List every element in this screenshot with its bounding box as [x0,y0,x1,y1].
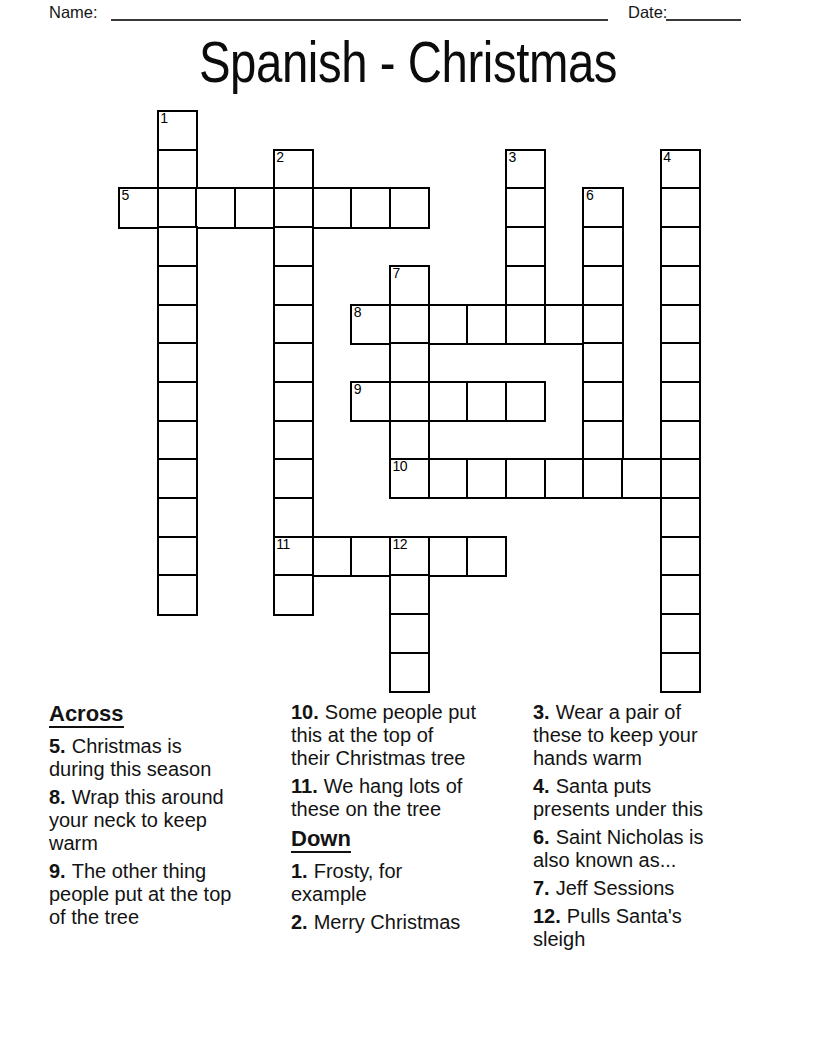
grid-cell-r3c1[interactable] [157,226,198,267]
grid-cell-r11c8[interactable] [428,536,469,577]
grid-cell-r13c14[interactable] [660,613,701,654]
grid-cell-r9c4[interactable] [273,458,314,499]
grid-cell-r2c12[interactable]: 6 [582,187,623,228]
grid-cell-r4c10[interactable] [505,265,546,306]
grid-cell-r3c14[interactable] [660,226,701,267]
grid-cell-r9c10[interactable] [505,458,546,499]
grid-cell-r1c10[interactable]: 3 [505,149,546,190]
grid-cell-r14c14[interactable] [660,652,701,693]
grid-cell-r13c7[interactable] [389,613,430,654]
clue-3: 3.Wear a pair of these to keep your hand… [533,701,785,770]
grid-cell-r6c1[interactable] [157,342,198,383]
grid-cell-r11c4[interactable]: 11 [273,536,314,577]
grid-cell-r5c10[interactable] [505,304,546,345]
grid-cell-r11c7[interactable]: 12 [389,536,430,577]
clue-text: Pulls Santa's sleigh [533,905,682,950]
grid-cell-r8c7[interactable] [389,420,430,461]
clue-2: 2.Merry Christmas [291,911,527,934]
clue-12: 12.Pulls Santa's sleigh [533,905,785,951]
clue-number-1: 1 [160,111,167,126]
clue-text: Jeff Sessions [556,877,675,899]
clue-8: 8.Wrap this around your neck to keep war… [49,786,289,855]
grid-cell-r4c12[interactable] [582,265,623,306]
grid-cell-r1c14[interactable]: 4 [660,149,701,190]
grid-cell-r2c7[interactable] [389,187,430,228]
crossword-grid: 123456789101112 [0,0,816,700]
grid-cell-r1c1[interactable] [157,149,198,190]
clue-number-label: 9. [49,860,66,882]
grid-cell-r12c1[interactable] [157,574,198,615]
grid-cell-r7c12[interactable] [582,381,623,422]
clue-text: Wrap this around your neck to keep warm [49,786,224,854]
clue-text: Merry Christmas [314,911,461,933]
clue-10: 10.Some people put this at the top of th… [291,701,527,770]
grid-cell-r11c9[interactable] [466,536,507,577]
clue-number-7: 7 [392,266,399,281]
heading-text: Across [49,701,124,728]
clue-text: We hang lots of these on the tree [291,775,462,820]
grid-cell-r7c6[interactable]: 9 [350,381,391,422]
grid-cell-r6c4[interactable] [273,342,314,383]
grid-cell-r5c12[interactable] [582,304,623,345]
grid-cell-r9c7[interactable]: 10 [389,458,430,499]
grid-cell-r5c6[interactable]: 8 [350,304,391,345]
grid-cell-r11c14[interactable] [660,536,701,577]
grid-cell-r7c7[interactable] [389,381,430,422]
clue-number-3: 3 [509,150,516,165]
grid-cell-r7c1[interactable] [157,381,198,422]
clue-number-5: 5 [122,188,129,203]
clue-text: Santa puts presents under this [533,775,703,820]
clue-column-2: 10.Some people put this at the top of th… [291,701,527,939]
clue-number-4: 4 [663,150,670,165]
clue-number-label: 11. [291,775,318,797]
clue-number-label: 1. [291,860,308,882]
clue-text: Christmas is during this season [49,735,211,780]
clue-6: 6.Saint Nicholas is also known as... [533,826,785,872]
grid-cell-r11c5[interactable] [312,536,353,577]
grid-cell-r2c10[interactable] [505,187,546,228]
grid-cell-r7c4[interactable] [273,381,314,422]
clue-number-label: 7. [533,877,550,899]
grid-cell-r7c8[interactable] [428,381,469,422]
grid-cell-r2c0[interactable]: 5 [118,187,159,228]
clue-5: 5.Christmas is during this season [49,735,289,781]
grid-cell-r3c12[interactable] [582,226,623,267]
clue-11: 11.We hang lots of these on the tree [291,775,527,821]
grid-cell-r2c2[interactable] [195,187,236,228]
grid-cell-r14c7[interactable] [389,652,430,693]
grid-cell-r12c4[interactable] [273,574,314,615]
clue-number-12: 12 [392,537,407,552]
grid-cell-r4c4[interactable] [273,265,314,306]
clue-number-label: 10. [291,701,319,723]
clue-text: Frosty, for example [291,860,402,905]
grid-cell-r5c8[interactable] [428,304,469,345]
grid-cell-r5c7[interactable] [389,304,430,345]
grid-cell-r5c11[interactable] [544,304,585,345]
grid-cell-r10c1[interactable] [157,497,198,538]
clue-number-label: 12. [533,905,561,927]
grid-cell-r9c13[interactable] [621,458,662,499]
clue-1: 1.Frosty, for example [291,860,527,906]
grid-cell-r7c9[interactable] [466,381,507,422]
clue-number-9: 9 [354,382,361,397]
clue-number-label: 4. [533,775,550,797]
grid-cell-r9c8[interactable] [428,458,469,499]
clue-number-2: 2 [276,150,283,165]
grid-cell-r4c14[interactable] [660,265,701,306]
clue-number-label: 2. [291,911,308,933]
clue-4: 4.Santa puts presents under this [533,775,785,821]
clue-column-1: Across5.Christmas is during this season8… [49,701,289,934]
grid-cell-r9c1[interactable] [157,458,198,499]
clue-number-6: 6 [586,188,593,203]
grid-cell-r2c6[interactable] [350,187,391,228]
grid-cell-r6c7[interactable] [389,342,430,383]
grid-cell-r9c9[interactable] [466,458,507,499]
grid-cell-r2c3[interactable] [234,187,275,228]
across-heading: Across [49,701,289,728]
grid-cell-r10c4[interactable] [273,497,314,538]
grid-cell-r3c4[interactable] [273,226,314,267]
grid-cell-r4c1[interactable] [157,265,198,306]
grid-cell-r11c1[interactable] [157,536,198,577]
clue-number-8: 8 [354,305,361,320]
clue-number-10: 10 [392,459,407,474]
clue-text: Wear a pair of these to keep your hands … [533,701,698,769]
grid-cell-r2c14[interactable] [660,187,701,228]
grid-cell-r8c14[interactable] [660,420,701,461]
grid-cell-r9c14[interactable] [660,458,701,499]
grid-cell-r11c6[interactable] [350,536,391,577]
grid-cell-r2c4[interactable] [273,187,314,228]
grid-cell-r7c14[interactable] [660,381,701,422]
grid-cell-r5c14[interactable] [660,304,701,345]
clue-number-label: 5. [49,735,66,757]
grid-cell-r5c4[interactable] [273,304,314,345]
heading-text: Down [291,826,351,853]
clue-number-11: 11 [276,537,290,552]
grid-cell-r2c1[interactable] [157,187,198,228]
grid-cell-r1c4[interactable]: 2 [273,149,314,190]
clue-7: 7.Jeff Sessions [533,877,785,900]
grid-cell-r9c11[interactable] [544,458,585,499]
grid-cell-r10c14[interactable] [660,497,701,538]
grid-cell-r6c14[interactable] [660,342,701,383]
grid-cell-r4c7[interactable]: 7 [389,265,430,306]
clue-text: Saint Nicholas is also known as... [533,826,704,871]
grid-cell-r8c1[interactable] [157,420,198,461]
grid-cell-r7c10[interactable] [505,381,546,422]
crossword-worksheet-page: Name: Date: Spanish - Christmas 12345678… [0,0,816,1056]
clue-text: Some people put this at the top of their… [291,701,476,769]
clue-column-3: 3.Wear a pair of these to keep your hand… [533,701,785,956]
grid-cell-r9c12[interactable] [582,458,623,499]
grid-cell-r8c4[interactable] [273,420,314,461]
clue-number-label: 3. [533,701,550,723]
clue-9: 9.The other thing people put at the top … [49,860,289,929]
grid-cell-r5c9[interactable] [466,304,507,345]
clue-number-label: 8. [49,786,66,808]
grid-cell-r12c14[interactable] [660,574,701,615]
grid-cell-r6c12[interactable] [582,342,623,383]
grid-cell-r0c1[interactable]: 1 [157,110,198,151]
grid-cell-r2c5[interactable] [312,187,353,228]
grid-cell-r8c12[interactable] [582,420,623,461]
clue-number-label: 6. [533,826,550,848]
down-heading: Down [291,826,527,853]
grid-cell-r5c1[interactable] [157,304,198,345]
grid-cell-r12c7[interactable] [389,574,430,615]
grid-cell-r3c10[interactable] [505,226,546,267]
clue-text: The other thing people put at the top of… [49,860,231,928]
